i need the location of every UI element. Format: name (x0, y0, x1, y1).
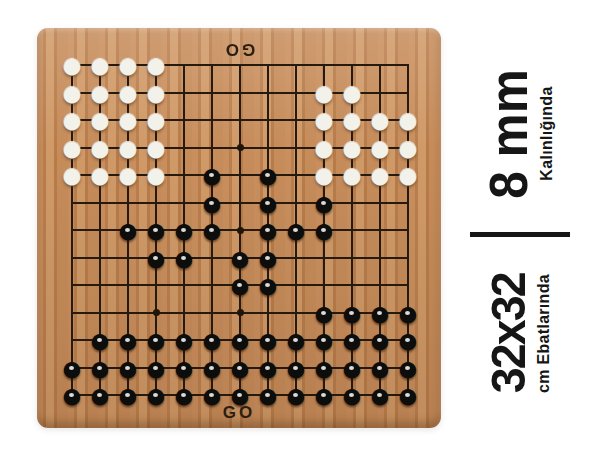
star-point (237, 309, 244, 316)
white-stone: ● (114, 161, 142, 189)
thickness-value: 8 mm (483, 69, 534, 199)
product-image: GO ●●●●●●●●●●●●●●●●●●●●●●●●●●●●●●●●●●●●●… (0, 0, 600, 471)
dimensions-value: 32x32 (486, 274, 532, 394)
white-stone: ● (366, 161, 394, 189)
go-board: GO ●●●●●●●●●●●●●●●●●●●●●●●●●●●●●●●●●●●●●… (37, 28, 441, 428)
star-point (237, 144, 244, 151)
star-point (237, 227, 244, 234)
black-stone: ● (254, 271, 282, 299)
white-stone: ● (142, 161, 170, 189)
star-point (153, 309, 160, 316)
thickness-caption: Kalınlığında (537, 86, 555, 180)
dimensions-caption: cm Ebatlarında (535, 274, 553, 393)
black-stone: ● (114, 216, 142, 244)
black-stone: ● (170, 244, 198, 272)
black-stone: ● (198, 216, 226, 244)
black-stone: ● (282, 216, 310, 244)
dimensions-label: 32x32 cm Ebatlarında (472, 246, 567, 421)
white-stone: ● (86, 161, 114, 189)
board-grid: ●●●●●●●●●●●●●●●●●●●●●●●●●●●●●●●●●●●●●●●●… (71, 64, 409, 396)
white-stone: ● (338, 161, 366, 189)
board-brand-bottom: GO (37, 403, 441, 423)
thickness-label: 8 mm Kalınlığında (472, 49, 567, 219)
white-stone: ● (58, 161, 86, 189)
black-stone: ● (310, 216, 338, 244)
black-stone: ● (142, 244, 170, 272)
white-stone: ● (394, 161, 422, 189)
black-stone: ● (226, 271, 254, 299)
divider-line (470, 232, 570, 237)
